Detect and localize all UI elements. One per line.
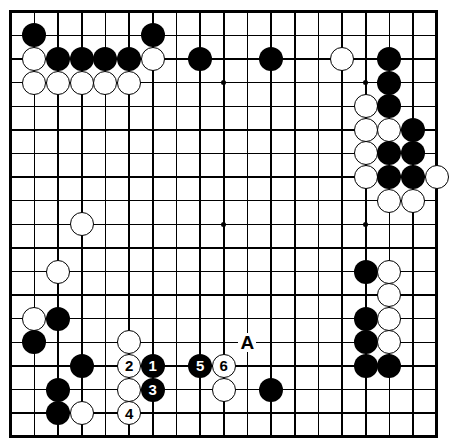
intersection-10-4[interactable] <box>212 71 236 95</box>
intersection-13-16[interactable] <box>283 354 307 378</box>
intersection-14-6[interactable] <box>307 118 331 142</box>
intersection-12-10[interactable] <box>259 212 283 236</box>
intersection-11-4[interactable] <box>236 71 260 95</box>
intersection-18-1[interactable] <box>401 0 425 24</box>
intersection-3-13[interactable] <box>46 283 70 307</box>
intersection-19-2[interactable] <box>425 24 449 48</box>
intersection-12-14[interactable] <box>259 307 283 331</box>
intersection-3-16[interactable] <box>46 354 70 378</box>
intersection-11-18[interactable] <box>236 401 260 425</box>
intersection-19-15[interactable] <box>425 331 449 355</box>
intersection-14-7[interactable] <box>307 142 331 166</box>
intersection-16-15[interactable] <box>354 331 378 355</box>
intersection-9-3[interactable] <box>188 47 212 71</box>
intersection-2-17[interactable] <box>23 378 47 402</box>
intersection-9-6[interactable] <box>188 118 212 142</box>
intersection-7-7[interactable] <box>141 142 165 166</box>
intersection-4-4[interactable] <box>70 71 94 95</box>
intersection-12-15[interactable] <box>259 331 283 355</box>
intersection-8-12[interactable] <box>165 260 189 284</box>
intersection-13-3[interactable] <box>283 47 307 71</box>
intersection-13-17[interactable] <box>283 378 307 402</box>
intersection-3-7[interactable] <box>46 142 70 166</box>
intersection-10-5[interactable] <box>212 94 236 118</box>
intersection-15-1[interactable] <box>330 0 354 24</box>
intersection-16-5[interactable] <box>354 94 378 118</box>
intersection-4-18[interactable] <box>70 401 94 425</box>
intersection-3-3[interactable] <box>46 47 70 71</box>
intersection-7-17[interactable]: 3 <box>141 378 165 402</box>
intersection-10-18[interactable] <box>212 401 236 425</box>
intersection-4-7[interactable] <box>70 142 94 166</box>
intersection-17-15[interactable] <box>377 331 401 355</box>
intersection-16-14[interactable] <box>354 307 378 331</box>
intersection-12-19[interactable] <box>259 425 283 448</box>
intersection-14-9[interactable] <box>307 189 331 213</box>
intersection-15-7[interactable] <box>330 142 354 166</box>
intersection-5-1[interactable] <box>94 0 118 24</box>
intersection-7-5[interactable] <box>141 94 165 118</box>
intersection-16-9[interactable] <box>354 189 378 213</box>
intersection-14-12[interactable] <box>307 260 331 284</box>
intersection-3-18[interactable] <box>46 401 70 425</box>
intersection-11-10[interactable] <box>236 212 260 236</box>
intersection-6-9[interactable] <box>117 189 141 213</box>
intersection-11-8[interactable] <box>236 165 260 189</box>
intersection-12-6[interactable] <box>259 118 283 142</box>
intersection-9-13[interactable] <box>188 283 212 307</box>
intersection-6-7[interactable] <box>117 142 141 166</box>
intersection-15-2[interactable] <box>330 24 354 48</box>
intersection-18-8[interactable] <box>401 165 425 189</box>
intersection-9-15[interactable] <box>188 331 212 355</box>
intersection-1-2[interactable] <box>0 24 23 48</box>
intersection-4-2[interactable] <box>70 24 94 48</box>
intersection-16-6[interactable] <box>354 118 378 142</box>
intersection-15-10[interactable] <box>330 212 354 236</box>
intersection-6-8[interactable] <box>117 165 141 189</box>
intersection-9-7[interactable] <box>188 142 212 166</box>
intersection-13-10[interactable] <box>283 212 307 236</box>
intersection-7-11[interactable] <box>141 236 165 260</box>
intersection-14-4[interactable] <box>307 71 331 95</box>
intersection-15-14[interactable] <box>330 307 354 331</box>
intersection-10-16[interactable]: 6 <box>212 354 236 378</box>
intersection-15-13[interactable] <box>330 283 354 307</box>
intersection-18-5[interactable] <box>401 94 425 118</box>
intersection-11-9[interactable] <box>236 189 260 213</box>
intersection-8-19[interactable] <box>165 425 189 448</box>
intersection-3-5[interactable] <box>46 94 70 118</box>
intersection-9-8[interactable] <box>188 165 212 189</box>
intersection-9-9[interactable] <box>188 189 212 213</box>
intersection-4-16[interactable] <box>70 354 94 378</box>
intersection-10-11[interactable] <box>212 236 236 260</box>
intersection-2-16[interactable] <box>23 354 47 378</box>
intersection-10-2[interactable] <box>212 24 236 48</box>
intersection-9-2[interactable] <box>188 24 212 48</box>
intersection-10-14[interactable] <box>212 307 236 331</box>
intersection-3-19[interactable] <box>46 425 70 448</box>
intersection-2-2[interactable] <box>23 24 47 48</box>
intersection-6-14[interactable] <box>117 307 141 331</box>
intersection-9-4[interactable] <box>188 71 212 95</box>
intersection-6-6[interactable] <box>117 118 141 142</box>
intersection-19-17[interactable] <box>425 378 449 402</box>
intersection-16-18[interactable] <box>354 401 378 425</box>
intersection-5-6[interactable] <box>94 118 118 142</box>
intersection-14-8[interactable] <box>307 165 331 189</box>
intersection-17-12[interactable] <box>377 260 401 284</box>
intersection-2-12[interactable] <box>23 260 47 284</box>
intersection-2-18[interactable] <box>23 401 47 425</box>
intersection-5-17[interactable] <box>94 378 118 402</box>
intersection-12-16[interactable] <box>259 354 283 378</box>
intersection-18-15[interactable] <box>401 331 425 355</box>
intersection-9-5[interactable] <box>188 94 212 118</box>
intersection-6-18[interactable]: 4 <box>117 401 141 425</box>
intersection-17-7[interactable] <box>377 142 401 166</box>
intersection-1-1[interactable] <box>0 0 23 24</box>
intersection-13-19[interactable] <box>283 425 307 448</box>
intersection-1-13[interactable] <box>0 283 23 307</box>
intersection-7-6[interactable] <box>141 118 165 142</box>
intersection-19-10[interactable] <box>425 212 449 236</box>
intersection-19-9[interactable] <box>425 189 449 213</box>
intersection-19-1[interactable] <box>425 0 449 24</box>
intersection-7-18[interactable] <box>141 401 165 425</box>
intersection-5-10[interactable] <box>94 212 118 236</box>
intersection-8-3[interactable] <box>165 47 189 71</box>
intersection-16-16[interactable] <box>354 354 378 378</box>
intersection-19-12[interactable] <box>425 260 449 284</box>
intersection-14-2[interactable] <box>307 24 331 48</box>
intersection-4-10[interactable] <box>70 212 94 236</box>
intersection-19-14[interactable] <box>425 307 449 331</box>
intersection-16-1[interactable] <box>354 0 378 24</box>
intersection-17-17[interactable] <box>377 378 401 402</box>
intersection-6-2[interactable] <box>117 24 141 48</box>
intersection-10-6[interactable] <box>212 118 236 142</box>
intersection-3-4[interactable] <box>46 71 70 95</box>
intersection-2-8[interactable] <box>23 165 47 189</box>
intersection-19-18[interactable] <box>425 401 449 425</box>
intersection-3-12[interactable] <box>46 260 70 284</box>
intersection-8-11[interactable] <box>165 236 189 260</box>
intersection-15-19[interactable] <box>330 425 354 448</box>
intersection-10-13[interactable] <box>212 283 236 307</box>
intersection-7-19[interactable] <box>141 425 165 448</box>
intersection-19-7[interactable] <box>425 142 449 166</box>
intersection-15-8[interactable] <box>330 165 354 189</box>
intersection-17-8[interactable] <box>377 165 401 189</box>
intersection-5-14[interactable] <box>94 307 118 331</box>
intersection-5-7[interactable] <box>94 142 118 166</box>
intersection-12-5[interactable] <box>259 94 283 118</box>
intersection-6-3[interactable] <box>117 47 141 71</box>
intersection-18-3[interactable] <box>401 47 425 71</box>
intersection-13-12[interactable] <box>283 260 307 284</box>
intersection-1-15[interactable] <box>0 331 23 355</box>
intersection-10-9[interactable] <box>212 189 236 213</box>
intersection-8-17[interactable] <box>165 378 189 402</box>
intersection-2-14[interactable] <box>23 307 47 331</box>
intersection-17-16[interactable] <box>377 354 401 378</box>
intersection-4-5[interactable] <box>70 94 94 118</box>
intersection-18-13[interactable] <box>401 283 425 307</box>
intersection-16-13[interactable] <box>354 283 378 307</box>
intersection-15-6[interactable] <box>330 118 354 142</box>
intersection-1-5[interactable] <box>0 94 23 118</box>
intersection-6-13[interactable] <box>117 283 141 307</box>
intersection-7-8[interactable] <box>141 165 165 189</box>
intersection-7-14[interactable] <box>141 307 165 331</box>
intersection-11-12[interactable] <box>236 260 260 284</box>
intersection-6-16[interactable]: 2 <box>117 354 141 378</box>
go-board[interactable]: A215634 <box>0 0 450 448</box>
intersection-4-6[interactable] <box>70 118 94 142</box>
intersection-8-4[interactable] <box>165 71 189 95</box>
intersection-5-9[interactable] <box>94 189 118 213</box>
intersection-8-16[interactable] <box>165 354 189 378</box>
intersection-14-5[interactable] <box>307 94 331 118</box>
intersection-15-11[interactable] <box>330 236 354 260</box>
intersection-16-17[interactable] <box>354 378 378 402</box>
intersection-6-5[interactable] <box>117 94 141 118</box>
intersection-14-1[interactable] <box>307 0 331 24</box>
intersection-2-9[interactable] <box>23 189 47 213</box>
intersection-19-13[interactable] <box>425 283 449 307</box>
intersection-5-2[interactable] <box>94 24 118 48</box>
intersection-5-19[interactable] <box>94 425 118 448</box>
intersection-16-3[interactable] <box>354 47 378 71</box>
intersection-2-3[interactable] <box>23 47 47 71</box>
intersection-15-17[interactable] <box>330 378 354 402</box>
intersection-10-17[interactable] <box>212 378 236 402</box>
intersection-3-17[interactable] <box>46 378 70 402</box>
intersection-8-5[interactable] <box>165 94 189 118</box>
intersection-16-8[interactable] <box>354 165 378 189</box>
intersection-14-14[interactable] <box>307 307 331 331</box>
intersection-15-16[interactable] <box>330 354 354 378</box>
intersection-2-1[interactable] <box>23 0 47 24</box>
intersection-3-2[interactable] <box>46 24 70 48</box>
intersection-12-13[interactable] <box>259 283 283 307</box>
intersection-19-19[interactable] <box>425 425 449 448</box>
intersection-14-18[interactable] <box>307 401 331 425</box>
intersection-14-3[interactable] <box>307 47 331 71</box>
intersection-7-16[interactable]: 1 <box>141 354 165 378</box>
intersection-8-6[interactable] <box>165 118 189 142</box>
intersection-18-6[interactable] <box>401 118 425 142</box>
intersection-18-12[interactable] <box>401 260 425 284</box>
intersection-11-13[interactable] <box>236 283 260 307</box>
intersection-16-11[interactable] <box>354 236 378 260</box>
intersection-11-15[interactable]: A <box>236 331 260 355</box>
intersection-19-6[interactable] <box>425 118 449 142</box>
intersection-12-11[interactable] <box>259 236 283 260</box>
intersection-3-14[interactable] <box>46 307 70 331</box>
intersection-16-2[interactable] <box>354 24 378 48</box>
intersection-15-15[interactable] <box>330 331 354 355</box>
intersection-17-14[interactable] <box>377 307 401 331</box>
intersection-14-13[interactable] <box>307 283 331 307</box>
intersection-10-1[interactable] <box>212 0 236 24</box>
intersection-2-10[interactable] <box>23 212 47 236</box>
intersection-10-7[interactable] <box>212 142 236 166</box>
intersection-2-19[interactable] <box>23 425 47 448</box>
intersection-12-2[interactable] <box>259 24 283 48</box>
intersection-15-9[interactable] <box>330 189 354 213</box>
intersection-15-12[interactable] <box>330 260 354 284</box>
intersection-7-10[interactable] <box>141 212 165 236</box>
intersection-11-17[interactable] <box>236 378 260 402</box>
intersection-6-11[interactable] <box>117 236 141 260</box>
intersection-14-10[interactable] <box>307 212 331 236</box>
intersection-13-4[interactable] <box>283 71 307 95</box>
intersection-2-13[interactable] <box>23 283 47 307</box>
intersection-11-3[interactable] <box>236 47 260 71</box>
intersection-17-13[interactable] <box>377 283 401 307</box>
intersection-1-10[interactable] <box>0 212 23 236</box>
intersection-2-15[interactable] <box>23 331 47 355</box>
intersection-8-10[interactable] <box>165 212 189 236</box>
intersection-17-1[interactable] <box>377 0 401 24</box>
intersection-15-18[interactable] <box>330 401 354 425</box>
intersection-2-5[interactable] <box>23 94 47 118</box>
intersection-7-2[interactable] <box>141 24 165 48</box>
intersection-13-9[interactable] <box>283 189 307 213</box>
intersection-14-15[interactable] <box>307 331 331 355</box>
intersection-17-4[interactable] <box>377 71 401 95</box>
intersection-16-10[interactable] <box>354 212 378 236</box>
intersection-1-12[interactable] <box>0 260 23 284</box>
intersection-5-3[interactable] <box>94 47 118 71</box>
intersection-6-4[interactable] <box>117 71 141 95</box>
intersection-1-9[interactable] <box>0 189 23 213</box>
intersection-14-16[interactable] <box>307 354 331 378</box>
intersection-18-2[interactable] <box>401 24 425 48</box>
intersection-5-11[interactable] <box>94 236 118 260</box>
intersection-16-19[interactable] <box>354 425 378 448</box>
intersection-12-18[interactable] <box>259 401 283 425</box>
intersection-4-14[interactable] <box>70 307 94 331</box>
intersection-13-11[interactable] <box>283 236 307 260</box>
intersection-19-16[interactable] <box>425 354 449 378</box>
intersection-6-10[interactable] <box>117 212 141 236</box>
intersection-4-12[interactable] <box>70 260 94 284</box>
intersection-13-18[interactable] <box>283 401 307 425</box>
intersection-4-11[interactable] <box>70 236 94 260</box>
intersection-3-15[interactable] <box>46 331 70 355</box>
intersection-4-3[interactable] <box>70 47 94 71</box>
intersection-5-4[interactable] <box>94 71 118 95</box>
intersection-1-8[interactable] <box>0 165 23 189</box>
intersection-13-13[interactable] <box>283 283 307 307</box>
intersection-10-10[interactable] <box>212 212 236 236</box>
intersection-5-15[interactable] <box>94 331 118 355</box>
intersection-7-4[interactable] <box>141 71 165 95</box>
intersection-8-1[interactable] <box>165 0 189 24</box>
intersection-3-10[interactable] <box>46 212 70 236</box>
intersection-8-15[interactable] <box>165 331 189 355</box>
intersection-13-5[interactable] <box>283 94 307 118</box>
intersection-1-19[interactable] <box>0 425 23 448</box>
intersection-12-7[interactable] <box>259 142 283 166</box>
intersection-11-16[interactable] <box>236 354 260 378</box>
intersection-13-8[interactable] <box>283 165 307 189</box>
intersection-11-5[interactable] <box>236 94 260 118</box>
intersection-10-19[interactable] <box>212 425 236 448</box>
intersection-1-17[interactable] <box>0 378 23 402</box>
intersection-12-8[interactable] <box>259 165 283 189</box>
intersection-2-11[interactable] <box>23 236 47 260</box>
intersection-17-3[interactable] <box>377 47 401 71</box>
intersection-1-6[interactable] <box>0 118 23 142</box>
intersection-3-6[interactable] <box>46 118 70 142</box>
intersection-4-19[interactable] <box>70 425 94 448</box>
intersection-8-8[interactable] <box>165 165 189 189</box>
intersection-3-8[interactable] <box>46 165 70 189</box>
intersection-18-4[interactable] <box>401 71 425 95</box>
intersection-4-15[interactable] <box>70 331 94 355</box>
intersection-9-14[interactable] <box>188 307 212 331</box>
intersection-17-5[interactable] <box>377 94 401 118</box>
intersection-7-15[interactable] <box>141 331 165 355</box>
intersection-17-10[interactable] <box>377 212 401 236</box>
intersection-2-4[interactable] <box>23 71 47 95</box>
intersection-1-4[interactable] <box>0 71 23 95</box>
intersection-8-18[interactable] <box>165 401 189 425</box>
intersection-11-2[interactable] <box>236 24 260 48</box>
intersection-4-9[interactable] <box>70 189 94 213</box>
intersection-13-1[interactable] <box>283 0 307 24</box>
intersection-4-17[interactable] <box>70 378 94 402</box>
intersection-11-7[interactable] <box>236 142 260 166</box>
intersection-4-1[interactable] <box>70 0 94 24</box>
intersection-18-11[interactable] <box>401 236 425 260</box>
intersection-16-7[interactable] <box>354 142 378 166</box>
intersection-12-9[interactable] <box>259 189 283 213</box>
intersection-6-15[interactable] <box>117 331 141 355</box>
intersection-8-14[interactable] <box>165 307 189 331</box>
intersection-9-12[interactable] <box>188 260 212 284</box>
intersection-19-8[interactable] <box>425 165 449 189</box>
intersection-4-13[interactable] <box>70 283 94 307</box>
intersection-18-7[interactable] <box>401 142 425 166</box>
intersection-13-2[interactable] <box>283 24 307 48</box>
intersection-9-16[interactable]: 5 <box>188 354 212 378</box>
intersection-15-4[interactable] <box>330 71 354 95</box>
intersection-12-3[interactable] <box>259 47 283 71</box>
intersection-8-2[interactable] <box>165 24 189 48</box>
intersection-18-10[interactable] <box>401 212 425 236</box>
intersection-11-1[interactable] <box>236 0 260 24</box>
intersection-16-12[interactable] <box>354 260 378 284</box>
intersection-19-4[interactable] <box>425 71 449 95</box>
intersection-7-9[interactable] <box>141 189 165 213</box>
intersection-1-11[interactable] <box>0 236 23 260</box>
intersection-12-17[interactable] <box>259 378 283 402</box>
intersection-5-8[interactable] <box>94 165 118 189</box>
intersection-10-15[interactable] <box>212 331 236 355</box>
intersection-5-16[interactable] <box>94 354 118 378</box>
intersection-17-6[interactable] <box>377 118 401 142</box>
intersection-15-5[interactable] <box>330 94 354 118</box>
intersection-17-18[interactable] <box>377 401 401 425</box>
intersection-9-18[interactable] <box>188 401 212 425</box>
intersection-2-6[interactable] <box>23 118 47 142</box>
